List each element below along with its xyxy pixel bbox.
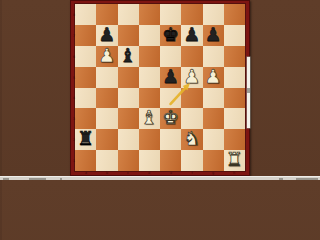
square-e5[interactable]: ♟ [160, 67, 181, 88]
square-b8[interactable] [96, 4, 117, 25]
black-king[interactable]: ♚ [162, 25, 179, 44]
square-d1[interactable] [139, 150, 160, 171]
square-g4[interactable] [203, 88, 224, 109]
square-h6[interactable] [224, 46, 245, 67]
square-a1[interactable] [75, 150, 96, 171]
file-label-c: c [125, 171, 130, 174]
square-a7[interactable] [75, 25, 96, 46]
black-pawn[interactable]: ♟ [183, 25, 200, 44]
square-h2[interactable] [224, 129, 245, 150]
square-g2[interactable] [203, 129, 224, 150]
square-f2[interactable]: ♞ [181, 129, 202, 150]
scrollbar-mark [279, 178, 283, 180]
square-e7[interactable]: ♚ [160, 25, 181, 46]
square-f3[interactable] [181, 108, 202, 129]
square-e8[interactable] [160, 4, 181, 25]
square-h7[interactable] [224, 25, 245, 46]
square-a8[interactable] [75, 4, 96, 25]
square-d8[interactable] [139, 4, 160, 25]
square-b6[interactable]: ♟ [96, 46, 117, 67]
square-g1[interactable] [203, 150, 224, 171]
square-f1[interactable] [181, 150, 202, 171]
square-b5[interactable] [96, 67, 117, 88]
square-g5[interactable]: ♟ [203, 67, 224, 88]
square-h3[interactable] [224, 108, 245, 129]
black-pawn[interactable]: ♟ [98, 25, 115, 44]
file-label-g: g [210, 171, 215, 174]
square-b7[interactable]: ♟ [96, 25, 117, 46]
square-c8[interactable] [118, 4, 139, 25]
white-pawn[interactable]: ♟ [183, 67, 200, 86]
square-f4[interactable] [181, 88, 202, 109]
square-c4[interactable] [118, 88, 139, 109]
white-pawn[interactable]: ♟ [205, 67, 222, 86]
square-a5[interactable] [75, 67, 96, 88]
square-f8[interactable] [181, 4, 202, 25]
white-king[interactable]: ♚ [162, 108, 179, 127]
black-pawn[interactable]: ♟ [162, 67, 179, 86]
square-f5[interactable]: ♟ [181, 67, 202, 88]
black-bishop[interactable]: ♝ [120, 46, 137, 65]
white-bishop[interactable]: ♝ [141, 108, 158, 127]
file-label-b: b [104, 171, 109, 174]
file-label-e: e [168, 171, 173, 174]
vertical-scrollbar-strip[interactable] [247, 57, 250, 128]
scrollbar-mark [29, 178, 46, 180]
square-g3[interactable] [203, 108, 224, 129]
file-label-a: a [83, 171, 88, 174]
square-b2[interactable] [96, 129, 117, 150]
chess-board-frame: ♟♚♟♟♟♝♟♟♟♝♚♜♞♜ abcdefgh 87654321 [70, 0, 250, 176]
square-g8[interactable] [203, 4, 224, 25]
white-rook[interactable]: ♜ [226, 150, 243, 169]
square-e3[interactable]: ♚ [160, 108, 181, 129]
square-a2[interactable]: ♜ [75, 129, 96, 150]
square-d3[interactable]: ♝ [139, 108, 160, 129]
square-c5[interactable] [118, 67, 139, 88]
scrollbar-mark [296, 178, 318, 180]
white-pawn[interactable]: ♟ [98, 46, 115, 65]
square-h1[interactable]: ♜ [224, 150, 245, 171]
square-e4[interactable] [160, 88, 181, 109]
square-d5[interactable] [139, 67, 160, 88]
square-f6[interactable] [181, 46, 202, 67]
square-a4[interactable] [75, 88, 96, 109]
square-g6[interactable] [203, 46, 224, 67]
scrollbar-mark [3, 178, 9, 180]
square-g7[interactable]: ♟ [203, 25, 224, 46]
square-b3[interactable] [96, 108, 117, 129]
black-rook[interactable]: ♜ [77, 129, 94, 148]
chess-board: ♟♚♟♟♟♝♟♟♟♝♚♜♞♜ [75, 4, 245, 171]
square-h5[interactable] [224, 67, 245, 88]
file-label-d: d [147, 171, 152, 174]
file-label-h: h [232, 171, 237, 174]
square-d4[interactable] [139, 88, 160, 109]
white-knight[interactable]: ♞ [183, 129, 200, 148]
scrollbar-mark [60, 178, 62, 180]
square-c7[interactable] [118, 25, 139, 46]
square-h8[interactable] [224, 4, 245, 25]
black-pawn[interactable]: ♟ [205, 25, 222, 44]
square-b1[interactable] [96, 150, 117, 171]
square-e2[interactable] [160, 129, 181, 150]
application-background: { "game": "chess", "position": { "fen": … [0, 0, 320, 180]
scrollbar-thumb-notch[interactable] [247, 88, 250, 93]
square-c1[interactable] [118, 150, 139, 171]
square-c6[interactable]: ♝ [118, 46, 139, 67]
square-h4[interactable] [224, 88, 245, 109]
square-e1[interactable] [160, 150, 181, 171]
square-a3[interactable] [75, 108, 96, 129]
square-f7[interactable]: ♟ [181, 25, 202, 46]
square-c3[interactable] [118, 108, 139, 129]
square-c2[interactable] [118, 129, 139, 150]
square-e6[interactable] [160, 46, 181, 67]
square-d6[interactable] [139, 46, 160, 67]
file-label-f: f [189, 171, 194, 174]
bottom-scrollbar[interactable] [0, 176, 320, 180]
square-a6[interactable] [75, 46, 96, 67]
square-b4[interactable] [96, 88, 117, 109]
square-d2[interactable] [139, 129, 160, 150]
square-d7[interactable] [139, 25, 160, 46]
